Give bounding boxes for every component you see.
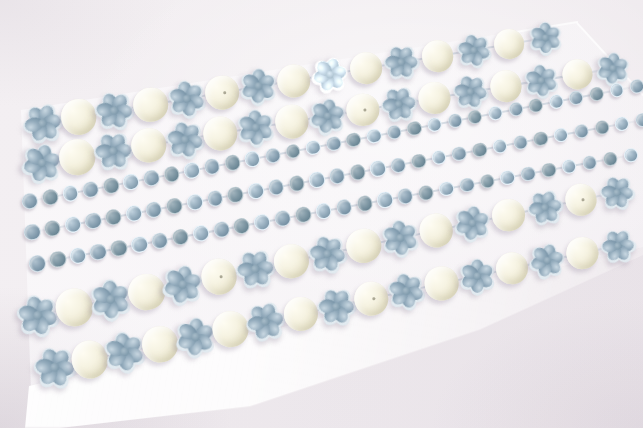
strip-cell	[103, 328, 147, 377]
round-gem-sticker	[233, 217, 252, 236]
round-gem-sticker	[528, 97, 544, 113]
round-gem-sticker	[532, 130, 549, 147]
flower-gem-sticker	[87, 276, 134, 323]
photo-scene	[0, 0, 643, 428]
round-gem-sticker	[561, 158, 578, 175]
pearl-sticker	[203, 73, 242, 112]
pearl-sticker	[489, 196, 527, 234]
round-gem-sticker	[447, 112, 464, 129]
strip-cell	[244, 297, 288, 346]
round-gem-sticker	[594, 119, 611, 136]
round-gem-sticker	[325, 135, 342, 152]
round-gem-sticker	[335, 198, 353, 216]
round-gem-sticker	[540, 162, 557, 179]
round-gem-sticker	[163, 165, 181, 183]
round-gem-sticker	[479, 173, 496, 190]
pearl-sticker	[273, 102, 311, 140]
flower-gem-sticker	[92, 130, 135, 173]
round-gem-sticker	[573, 123, 590, 140]
flower-gem-sticker	[173, 314, 219, 360]
flower-gem-sticker	[164, 118, 206, 160]
round-gem-sticker	[356, 195, 374, 213]
round-gem-sticker	[183, 162, 201, 180]
strip-cell	[596, 221, 640, 270]
round-gem-sticker	[467, 109, 484, 126]
round-gem-sticker	[125, 204, 144, 223]
round-gem-sticker	[406, 120, 423, 137]
pearl-sticker	[275, 61, 313, 99]
flower-gem-sticker	[598, 226, 637, 265]
round-gem-sticker	[130, 235, 149, 254]
round-gem-sticker	[43, 219, 62, 238]
round-gem-sticker	[349, 164, 367, 182]
round-gem-sticker	[63, 215, 82, 234]
flower-gem-sticker	[102, 329, 149, 376]
round-gem-sticker	[142, 169, 160, 187]
round-gem-sticker	[68, 246, 88, 266]
round-gem-sticker	[109, 239, 128, 258]
round-gem-sticker	[102, 177, 120, 195]
round-gem-sticker	[614, 116, 630, 132]
flower-gem-sticker	[456, 255, 497, 296]
round-gem-sticker	[104, 208, 123, 227]
round-gem-sticker	[487, 105, 503, 121]
round-gem-sticker	[369, 160, 387, 178]
strip-cell	[21, 139, 64, 186]
strip-cell	[16, 291, 61, 340]
round-gem-sticker	[622, 147, 638, 163]
round-gem-sticker	[492, 138, 509, 155]
strip-cell	[233, 245, 278, 294]
flower-gem-sticker	[598, 173, 637, 212]
strip-cell	[33, 343, 77, 392]
round-gem-sticker	[186, 193, 204, 211]
round-gem-sticker	[568, 90, 584, 106]
round-gem-sticker	[602, 151, 618, 167]
pearl-sticker	[492, 27, 527, 62]
round-gem-sticker	[499, 169, 516, 186]
strip-cell	[455, 252, 499, 301]
flower-gem-sticker	[243, 299, 288, 344]
flower-gem-sticker	[31, 343, 79, 391]
round-gem-sticker	[366, 128, 383, 145]
round-gem-sticker	[512, 134, 529, 151]
round-gem-sticker	[150, 231, 169, 250]
round-gem-sticker	[305, 139, 322, 156]
round-gem-sticker	[451, 145, 468, 162]
round-gem-sticker	[410, 153, 427, 170]
round-gem-sticker	[206, 189, 224, 207]
strip-cell	[92, 128, 135, 175]
flower-gem-sticker	[314, 285, 358, 329]
round-gem-sticker	[21, 192, 40, 211]
round-gem-sticker	[41, 188, 60, 207]
round-gem-sticker	[308, 171, 326, 189]
round-gem-sticker	[609, 82, 625, 98]
flower-gem-sticker	[527, 241, 567, 281]
round-gem-sticker	[274, 209, 292, 227]
round-gem-sticker	[386, 124, 403, 141]
round-gem-sticker	[203, 158, 221, 176]
round-gem-sticker	[145, 200, 164, 219]
round-gem-sticker	[224, 154, 242, 172]
strip-cell	[595, 168, 640, 217]
gem-strips-container	[0, 0, 643, 428]
round-gem-sticker	[581, 154, 597, 170]
strip-cell	[173, 312, 217, 361]
round-gem-sticker	[288, 175, 306, 193]
round-gem-sticker	[634, 112, 643, 128]
round-gem-sticker	[390, 156, 407, 173]
flower-gem-sticker	[166, 78, 208, 120]
strip-cell	[160, 260, 205, 309]
round-gem-sticker	[227, 186, 245, 204]
round-gem-sticker	[376, 191, 394, 209]
flower-gem-sticker	[307, 96, 347, 136]
round-gem-sticker	[458, 176, 475, 193]
round-gem-sticker	[171, 228, 190, 247]
pearl-sticker	[562, 181, 599, 218]
round-gem-sticker	[61, 184, 79, 202]
flower-gem-sticker	[310, 55, 350, 95]
round-gem-sticker	[23, 223, 42, 242]
flower-gem-sticker	[93, 89, 136, 132]
strip-cell	[88, 275, 133, 324]
round-gem-sticker	[520, 165, 537, 182]
round-gem-sticker	[192, 224, 211, 243]
flower-gem-sticker	[238, 66, 279, 107]
round-gem-sticker	[27, 253, 47, 273]
round-gem-sticker	[284, 143, 301, 160]
round-gem-sticker	[589, 86, 605, 102]
strip-cell	[163, 116, 206, 163]
round-gem-sticker	[508, 101, 524, 117]
strip-cell	[625, 74, 643, 99]
round-gem-sticker	[264, 146, 282, 164]
flower-gem-sticker	[455, 31, 493, 69]
round-gem-sticker	[315, 202, 333, 220]
flower-gem-sticker	[385, 270, 427, 312]
round-gem-sticker	[328, 167, 346, 185]
strip-cell	[378, 214, 423, 263]
round-gem-sticker	[629, 78, 643, 94]
round-gem-sticker	[122, 173, 140, 191]
round-gem-sticker	[548, 94, 564, 110]
round-gem-sticker	[84, 211, 103, 230]
round-gem-sticker	[553, 127, 570, 144]
round-gem-sticker	[417, 184, 434, 201]
round-gem-sticker	[438, 180, 455, 197]
round-gem-sticker	[82, 180, 100, 198]
round-gem-sticker	[89, 242, 108, 261]
round-gem-sticker	[471, 141, 488, 158]
round-gem-sticker	[426, 116, 443, 133]
pearl-sticker	[344, 91, 381, 128]
round-gem-sticker	[212, 220, 231, 239]
round-gem-sticker	[397, 187, 415, 205]
flower-gem-sticker	[233, 247, 277, 291]
flower-gem-sticker	[160, 262, 206, 308]
round-gem-sticker	[345, 131, 362, 148]
pearl-sticker	[422, 264, 461, 303]
pearl-sticker	[417, 211, 456, 250]
strip-cell	[524, 14, 567, 61]
round-gem-sticker	[267, 178, 285, 196]
pearl-sticker	[493, 249, 531, 287]
flower-gem-sticker	[527, 20, 564, 57]
pearl-sticker	[420, 38, 456, 74]
round-gem-sticker	[244, 150, 262, 168]
round-gem-sticker	[431, 149, 448, 166]
flower-gem-sticker	[452, 202, 493, 243]
flower-gem-sticker	[379, 217, 421, 259]
flower-gem-sticker	[20, 141, 64, 185]
round-gem-sticker	[253, 213, 271, 231]
flower-gem-sticker	[306, 232, 349, 275]
flower-gem-sticker	[14, 291, 62, 339]
strip-cell	[618, 143, 642, 168]
round-gem-sticker	[165, 197, 183, 215]
round-gem-sticker	[48, 250, 68, 270]
flower-gem-sticker	[525, 187, 565, 227]
round-gem-sticker	[294, 206, 312, 224]
flower-gem-sticker	[235, 107, 276, 148]
flower-gem-sticker	[382, 43, 421, 82]
round-gem-sticker	[247, 182, 265, 200]
